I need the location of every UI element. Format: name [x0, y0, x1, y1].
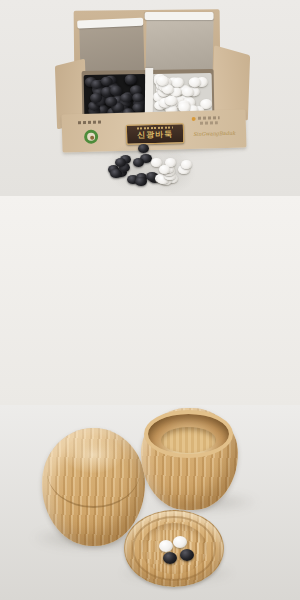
maker-mark-icon [192, 117, 196, 121]
go-bowl-closed [42, 428, 145, 546]
white-stone [181, 160, 193, 169]
plaque-title: 신광바둑 [127, 129, 183, 140]
wrapping-paper-right [145, 12, 214, 20]
black-stone [133, 158, 145, 167]
white-stone [159, 540, 173, 552]
white-stone [173, 536, 187, 548]
go-set-product-photos: 신광바둑 SinGwangBaduk [0, 0, 300, 600]
upturned-lid-dish [124, 510, 224, 587]
white-stone [189, 77, 201, 87]
lid-inner-surface [141, 523, 208, 574]
bowl-rim [144, 410, 233, 458]
white-stone [172, 77, 184, 87]
small-print-left [78, 120, 102, 124]
photo-go-board [0, 196, 300, 405]
photo-go-bowls [0, 405, 300, 600]
wrapping-paper-left [77, 18, 143, 29]
black-stone [90, 93, 102, 103]
black-stone [138, 144, 150, 153]
black-stone [110, 86, 122, 96]
seal-mark-icon [90, 136, 94, 140]
black-stone [163, 552, 177, 564]
photo-stone-box: 신광바둑 SinGwangBaduk [0, 0, 300, 196]
black-stone [100, 76, 112, 86]
black-stone [180, 549, 194, 561]
bowl-interior-floor [161, 427, 216, 453]
brand-signature: SinGwangBaduk [193, 130, 235, 137]
white-stone [165, 96, 177, 106]
white-stone [159, 165, 171, 174]
bowl-lid-seam [47, 435, 140, 508]
small-print-right-2 [200, 121, 218, 125]
green-seal-logo [84, 130, 98, 144]
go-bowl-open [141, 408, 238, 510]
black-stone [125, 74, 137, 84]
small-print-right [198, 116, 220, 120]
spilled-white-stones [144, 150, 196, 194]
